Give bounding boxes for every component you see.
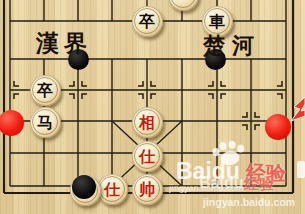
piece-black-soldier[interactable]: 卒 <box>132 6 163 37</box>
red-arrow-icon <box>289 96 305 124</box>
piece-character: 車 <box>209 14 225 30</box>
xiangqi-board: 卒車卒马相仕仕帅 漢界 楚河 Baidu 经验 Baidu 经验 jingyan… <box>0 0 305 214</box>
red-annotation-dot <box>265 114 291 140</box>
piece-red-advisor[interactable]: 仕 <box>97 174 128 205</box>
piece-character: 帅 <box>139 182 155 198</box>
piece-character: 卒 <box>37 83 53 99</box>
piece-black-horse[interactable]: 马 <box>30 107 61 138</box>
black-annotation-dot <box>72 175 96 199</box>
piece-character: 仕 <box>139 149 155 165</box>
piece-character: 马 <box>37 115 53 131</box>
river-label-chuhe: 楚河 <box>203 31 261 61</box>
piece-black-soldier[interactable]: 卒 <box>30 75 61 106</box>
piece-character: 卒 <box>139 14 155 30</box>
piece-character: 相 <box>139 115 155 131</box>
river-label-hanjie: 漢界 <box>36 28 92 59</box>
piece-red-elephant[interactable]: 相 <box>132 107 163 138</box>
piece-red-advisor[interactable]: 仕 <box>132 141 163 172</box>
piece-character: 仕 <box>104 182 120 198</box>
piece-red-general[interactable]: 帅 <box>132 174 163 205</box>
watermark-fragment <box>297 161 305 178</box>
